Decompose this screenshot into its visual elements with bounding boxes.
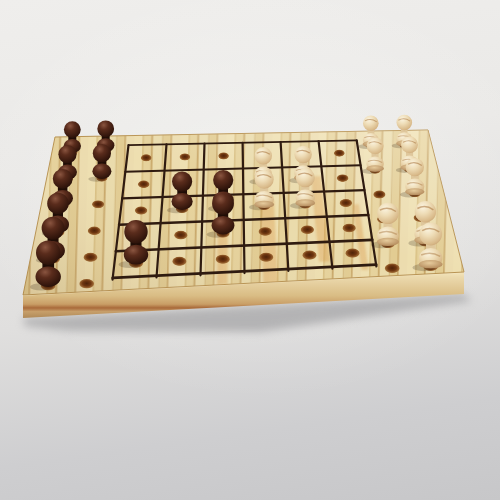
grid-hole-r1c1[interactable] (141, 154, 152, 161)
grid-hole-r5c3[interactable] (216, 255, 230, 264)
grid-hole-r5c5[interactable] (302, 251, 316, 260)
grid-hole-r4c2[interactable] (174, 231, 187, 240)
grid-hole-r4c6[interactable] (342, 224, 355, 233)
right-margin-hole-1-6[interactable] (385, 264, 400, 274)
grid-hole-r2c1[interactable] (138, 180, 150, 188)
grid-hole-r5c2[interactable] (172, 257, 186, 266)
left-margin-hole-2-5[interactable] (83, 253, 97, 262)
grid-hole-r5c6[interactable] (345, 249, 359, 258)
left-margin-hole-2-4[interactable] (88, 227, 101, 236)
product-photo-stage (0, 0, 500, 500)
grid-hole-r4c4[interactable] (258, 227, 271, 236)
grid-hole-r3c1[interactable] (135, 207, 148, 215)
grid-hole-r1c6[interactable] (334, 150, 345, 157)
left-margin-hole-2-6[interactable] (79, 279, 94, 289)
left-margin-hole-2-3[interactable] (92, 200, 104, 208)
grid-hole-r5c4[interactable] (259, 253, 273, 262)
grid-hole-r1c2[interactable] (180, 153, 191, 160)
grid-hole-r1c3[interactable] (218, 152, 229, 159)
grid-hole-r2c6[interactable] (337, 174, 349, 182)
right-margin-hole-1-3[interactable] (373, 191, 385, 199)
grid-hole-r3c6[interactable] (340, 199, 353, 207)
peg-board-svg (0, 0, 500, 500)
grid-hole-r4c5[interactable] (301, 225, 314, 234)
